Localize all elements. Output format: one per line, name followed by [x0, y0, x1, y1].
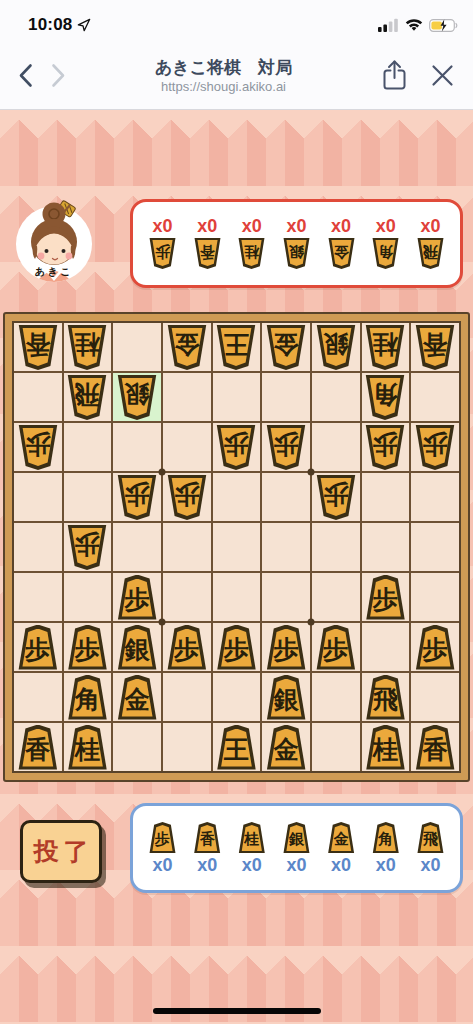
- piece-kanji: 飛: [67, 375, 107, 420]
- shogi-piece-bishop[interactable]: 角: [67, 675, 107, 720]
- piece-kanji: 香: [18, 325, 58, 370]
- shogi-piece-pawn[interactable]: 歩: [415, 425, 455, 470]
- shogi-piece-gold[interactable]: 金: [117, 675, 157, 720]
- shogi-piece-pawn[interactable]: 歩: [316, 625, 356, 670]
- board-cell-r3c8[interactable]: 歩: [362, 423, 410, 471]
- shogi-piece-pawn[interactable]: 歩: [216, 425, 256, 470]
- captured-slot-bishop[interactable]: 角x0: [372, 822, 399, 874]
- board-cell-r1c8[interactable]: 桂: [362, 323, 410, 371]
- shogi-piece-gold[interactable]: 金: [328, 822, 355, 853]
- board-cell-r6c2[interactable]: [64, 573, 112, 621]
- captured-count: x0: [286, 856, 306, 874]
- shogi-piece-silver[interactable]: 銀: [117, 375, 157, 420]
- battery-charging-icon: [429, 18, 459, 33]
- piece-kanji: 歩: [167, 475, 207, 520]
- piece-kanji: 銀: [283, 238, 310, 269]
- piece-kanji: 歩: [167, 625, 207, 670]
- board-cell-r5c3[interactable]: [113, 523, 161, 571]
- piece-kanji: 歩: [216, 625, 256, 670]
- shogi-piece-pawn[interactable]: 歩: [266, 625, 306, 670]
- board-cell-r1c2[interactable]: 桂: [64, 323, 112, 371]
- board-cell-r2c3[interactable]: 銀: [113, 373, 161, 421]
- board-cell-r3c2[interactable]: [64, 423, 112, 471]
- piece-kanji: 歩: [415, 425, 455, 470]
- board-cell-r8c5[interactable]: [213, 673, 261, 721]
- share-button[interactable]: [377, 55, 412, 98]
- captured-slot-pawn[interactable]: x0歩: [149, 217, 176, 269]
- close-button[interactable]: [426, 59, 459, 95]
- captured-slot-knight[interactable]: 桂x0: [238, 822, 265, 874]
- board-cell-r7c1[interactable]: 歩: [14, 623, 62, 671]
- shogi-piece-silver[interactable]: 銀: [316, 325, 356, 370]
- location-arrow-icon: [77, 18, 91, 32]
- board-cell-r3c7[interactable]: [312, 423, 360, 471]
- piece-kanji: 金: [167, 325, 207, 370]
- board-cell-r5c9[interactable]: [411, 523, 459, 571]
- shogi-piece-bishop[interactable]: 角: [372, 822, 399, 853]
- piece-kanji: 歩: [316, 625, 356, 670]
- piece-kanji: 香: [415, 725, 455, 770]
- shogi-piece-bishop[interactable]: 角: [372, 238, 399, 269]
- board-cell-r6c7[interactable]: [312, 573, 360, 621]
- piece-kanji: 金: [266, 725, 306, 770]
- board-cell-r1c1[interactable]: 香: [14, 323, 62, 371]
- page-url: https://shougi.akiko.ai: [70, 79, 377, 95]
- captured-count: x0: [420, 217, 440, 235]
- player-tray: 歩x0香x0桂x0銀x0金x0角x0飛x0: [130, 803, 463, 893]
- board-cell-r1c6[interactable]: 金: [262, 323, 310, 371]
- piece-kanji: 金: [328, 822, 355, 853]
- board-cell-r6c6[interactable]: [262, 573, 310, 621]
- shogi-piece-pawn[interactable]: 歩: [216, 625, 256, 670]
- board-cell-r6c9[interactable]: [411, 573, 459, 621]
- opponent-avatar: あきこ: [14, 197, 94, 289]
- board-cell-r4c2[interactable]: [64, 473, 112, 521]
- shogi-piece-silver[interactable]: 銀: [283, 822, 310, 853]
- shogi-piece-pawn[interactable]: 歩: [117, 475, 157, 520]
- board-cell-r4c6[interactable]: [262, 473, 310, 521]
- board-cell-r2c7[interactable]: [312, 373, 360, 421]
- board-cell-r7c3[interactable]: 銀: [113, 623, 161, 671]
- board-cell-r2c5[interactable]: [213, 373, 261, 421]
- board-cell-r2c2[interactable]: 飛: [64, 373, 112, 421]
- piece-kanji: 歩: [117, 575, 157, 620]
- shogi-piece-rook[interactable]: 飛: [417, 822, 444, 853]
- board-cell-r3c3[interactable]: [113, 423, 161, 471]
- board-grid: 香桂金王金銀桂香飛銀角歩歩歩歩歩歩歩歩歩歩歩歩歩銀歩歩歩歩歩角金銀飛香桂王金桂香: [12, 321, 461, 773]
- shogi-piece-king[interactable]: 王: [216, 725, 256, 770]
- board-cell-r6c5[interactable]: [213, 573, 261, 621]
- piece-kanji: 飛: [417, 822, 444, 853]
- board-cell-r7c6[interactable]: 歩: [262, 623, 310, 671]
- board-cell-r2c4[interactable]: [163, 373, 211, 421]
- piece-kanji: 飛: [365, 675, 405, 720]
- captured-count: x0: [376, 217, 396, 235]
- board-cell-r9c4[interactable]: [163, 723, 211, 771]
- captured-count: x0: [242, 217, 262, 235]
- board-cell-r5c8[interactable]: [362, 523, 410, 571]
- piece-kanji: 銀: [117, 375, 157, 420]
- piece-kanji: 桂: [365, 725, 405, 770]
- close-icon: [430, 63, 455, 88]
- board-cell-r1c9[interactable]: 香: [411, 323, 459, 371]
- board-cell-r5c1[interactable]: [14, 523, 62, 571]
- share-icon: [381, 59, 408, 91]
- page-title: あきこ将棋 対局: [70, 58, 377, 78]
- shogi-piece-lance[interactable]: 香: [194, 238, 221, 269]
- board-cell-r4c1[interactable]: [14, 473, 62, 521]
- shogi-piece-rook[interactable]: 飛: [365, 675, 405, 720]
- shogi-piece-pawn[interactable]: 歩: [149, 238, 176, 269]
- piece-kanji: 歩: [18, 625, 58, 670]
- opponent-name: あきこ: [35, 266, 73, 277]
- captured-slot-silver[interactable]: 銀x0: [283, 822, 310, 874]
- board-cell-r7c5[interactable]: 歩: [213, 623, 261, 671]
- player-panel: 投了 歩x0香x0桂x0銀x0金x0角x0飛x0: [0, 803, 473, 893]
- board-cell-r3c1[interactable]: 歩: [14, 423, 62, 471]
- captured-slot-bishop[interactable]: x0角: [372, 217, 399, 269]
- captured-slot-silver[interactable]: x0銀: [283, 217, 310, 269]
- board-cell-r9c6[interactable]: 金: [262, 723, 310, 771]
- shogi-piece-gold[interactable]: 金: [167, 325, 207, 370]
- captured-slot-pawn[interactable]: 歩x0: [149, 822, 176, 874]
- captured-count: x0: [286, 217, 306, 235]
- captured-count: x0: [197, 217, 217, 235]
- piece-kanji: 桂: [238, 238, 265, 269]
- shogi-piece-lance[interactable]: 香: [415, 725, 455, 770]
- shogi-piece-pawn[interactable]: 歩: [18, 425, 58, 470]
- board-cell-r5c6[interactable]: [262, 523, 310, 571]
- board-cell-r8c3[interactable]: 金: [113, 673, 161, 721]
- shogi-piece-pawn[interactable]: 歩: [266, 425, 306, 470]
- captured-count: x0: [376, 856, 396, 874]
- status-bar: 10:08: [0, 0, 473, 44]
- shogi-piece-lance[interactable]: 香: [18, 725, 58, 770]
- board-cell-r9c8[interactable]: 桂: [362, 723, 410, 771]
- shogi-piece-pawn[interactable]: 歩: [365, 425, 405, 470]
- board-cell-r7c2[interactable]: 歩: [64, 623, 112, 671]
- shogi-piece-knight[interactable]: 桂: [67, 725, 107, 770]
- shogi-piece-pawn[interactable]: 歩: [365, 575, 405, 620]
- piece-kanji: 歩: [18, 425, 58, 470]
- opponent-tray: x0歩x0香x0桂x0銀x0金x0角x0飛: [130, 199, 463, 288]
- chevron-right-icon: [51, 63, 66, 88]
- piece-kanji: 銀: [283, 822, 310, 853]
- shogi-piece-lance[interactable]: 香: [194, 822, 221, 853]
- piece-kanji: 桂: [365, 325, 405, 370]
- piece-kanji: 銀: [117, 625, 157, 670]
- browser-navbar: あきこ将棋 対局 https://shougi.akiko.ai: [0, 44, 473, 110]
- board-cell-r7c7[interactable]: 歩: [312, 623, 360, 671]
- back-button[interactable]: [14, 59, 37, 95]
- board-cell-r9c1[interactable]: 香: [14, 723, 62, 771]
- cellular-signal-icon: [378, 18, 399, 32]
- piece-kanji: 歩: [316, 475, 356, 520]
- board-cell-r8c4[interactable]: [163, 673, 211, 721]
- piece-kanji: 角: [372, 822, 399, 853]
- shogi-piece-king[interactable]: 王: [216, 325, 256, 370]
- board-cell-r2c9[interactable]: [411, 373, 459, 421]
- shogi-piece-lance[interactable]: 香: [415, 325, 455, 370]
- captured-count: x0: [152, 217, 172, 235]
- shogi-piece-pawn[interactable]: 歩: [67, 625, 107, 670]
- captured-slot-rook[interactable]: x0飛: [417, 217, 444, 269]
- shogi-piece-gold[interactable]: 金: [266, 325, 306, 370]
- shogi-piece-knight[interactable]: 桂: [238, 822, 265, 853]
- forward-button[interactable]: [47, 59, 70, 95]
- piece-kanji: 桂: [67, 325, 107, 370]
- board-cell-r4c9[interactable]: [411, 473, 459, 521]
- board-cell-r7c4[interactable]: 歩: [163, 623, 211, 671]
- wifi-icon: [405, 18, 423, 32]
- board-cell-r4c8[interactable]: [362, 473, 410, 521]
- shogi-piece-pawn[interactable]: 歩: [18, 625, 58, 670]
- board-cell-r8c7[interactable]: [312, 673, 360, 721]
- board-cell-r6c8[interactable]: 歩: [362, 573, 410, 621]
- shogi-piece-pawn[interactable]: 歩: [316, 475, 356, 520]
- home-indicator[interactable]: [153, 1008, 321, 1014]
- shogi-piece-silver[interactable]: 銀: [266, 675, 306, 720]
- board-cell-r9c3[interactable]: [113, 723, 161, 771]
- chevron-left-icon: [18, 63, 33, 88]
- piece-kanji: 角: [67, 675, 107, 720]
- board-cell-r3c9[interactable]: 歩: [411, 423, 459, 471]
- captured-slot-lance[interactable]: x0香: [194, 217, 221, 269]
- piece-kanji: 金: [328, 238, 355, 269]
- shogi-piece-knight[interactable]: 桂: [238, 238, 265, 269]
- board-cell-r8c1[interactable]: [14, 673, 62, 721]
- captured-count: x0: [331, 856, 351, 874]
- captured-count: x0: [197, 856, 217, 874]
- board-cell-r2c1[interactable]: [14, 373, 62, 421]
- board-cell-r3c4[interactable]: [163, 423, 211, 471]
- board-cell-r5c5[interactable]: [213, 523, 261, 571]
- board-cell-r1c5[interactable]: 王: [213, 323, 261, 371]
- board-cell-r4c4[interactable]: 歩: [163, 473, 211, 521]
- shogi-piece-gold[interactable]: 金: [328, 238, 355, 269]
- captured-count: x0: [420, 856, 440, 874]
- board-cell-r1c4[interactable]: 金: [163, 323, 211, 371]
- captured-count: x0: [242, 856, 262, 874]
- shogi-piece-bishop[interactable]: 角: [365, 375, 405, 420]
- board-cell-r8c8[interactable]: 飛: [362, 673, 410, 721]
- game-area: あきこ x0歩x0香x0桂x0銀x0金x0角x0飛 香桂金王金銀桂香飛銀角歩歩歩…: [0, 110, 473, 1024]
- piece-kanji: 香: [18, 725, 58, 770]
- shogi-piece-knight[interactable]: 桂: [365, 325, 405, 370]
- piece-kanji: 銀: [266, 675, 306, 720]
- shogi-piece-silver[interactable]: 銀: [283, 238, 310, 269]
- board-cell-r8c9[interactable]: [411, 673, 459, 721]
- piece-kanji: 王: [216, 325, 256, 370]
- board-cell-r9c5[interactable]: 王: [213, 723, 261, 771]
- piece-kanji: 歩: [149, 238, 176, 269]
- shogi-piece-pawn[interactable]: 歩: [167, 475, 207, 520]
- board-cell-r1c3[interactable]: [113, 323, 161, 371]
- captured-slot-gold[interactable]: x0金: [328, 217, 355, 269]
- board-cell-r4c7[interactable]: 歩: [312, 473, 360, 521]
- captured-slot-lance[interactable]: 香x0: [194, 822, 221, 874]
- piece-kanji: 歩: [266, 425, 306, 470]
- board-cell-r9c9[interactable]: 香: [411, 723, 459, 771]
- board-cell-r8c6[interactable]: 銀: [262, 673, 310, 721]
- piece-kanji: 角: [365, 375, 405, 420]
- piece-kanji: 桂: [238, 822, 265, 853]
- board-cell-r9c7[interactable]: [312, 723, 360, 771]
- shogi-piece-rook[interactable]: 飛: [417, 238, 444, 269]
- captured-slot-knight[interactable]: x0桂: [238, 217, 265, 269]
- board-cell-r6c4[interactable]: [163, 573, 211, 621]
- board-cell-r3c6[interactable]: 歩: [262, 423, 310, 471]
- piece-kanji: 香: [415, 325, 455, 370]
- board-cell-r8c2[interactable]: 角: [64, 673, 112, 721]
- piece-kanji: 王: [216, 725, 256, 770]
- board-cell-r4c5[interactable]: [213, 473, 261, 521]
- piece-kanji: 歩: [365, 425, 405, 470]
- piece-kanji: 歩: [117, 475, 157, 520]
- board-cell-r7c8[interactable]: [362, 623, 410, 671]
- app-window: 10:08: [0, 0, 473, 1024]
- shogi-piece-knight[interactable]: 桂: [365, 725, 405, 770]
- board-cell-r2c8[interactable]: 角: [362, 373, 410, 421]
- shogi-piece-gold[interactable]: 金: [266, 725, 306, 770]
- board-cell-r3c5[interactable]: 歩: [213, 423, 261, 471]
- piece-kanji: 歩: [67, 525, 107, 570]
- shogi-piece-knight[interactable]: 桂: [67, 325, 107, 370]
- piece-kanji: 香: [194, 822, 221, 853]
- captured-slot-gold[interactable]: 金x0: [328, 822, 355, 874]
- piece-kanji: 桂: [67, 725, 107, 770]
- shogi-piece-pawn[interactable]: 歩: [415, 625, 455, 670]
- shogi-piece-pawn[interactable]: 歩: [67, 525, 107, 570]
- opponent-panel: あきこ x0歩x0香x0桂x0銀x0金x0角x0飛: [0, 197, 473, 289]
- piece-kanji: 香: [194, 238, 221, 269]
- board-cell-r5c7[interactable]: [312, 523, 360, 571]
- shogi-piece-lance[interactable]: 香: [18, 325, 58, 370]
- shogi-piece-pawn[interactable]: 歩: [167, 625, 207, 670]
- piece-kanji: 飛: [417, 238, 444, 269]
- piece-kanji: 歩: [415, 625, 455, 670]
- shogi-piece-rook[interactable]: 飛: [67, 375, 107, 420]
- board-cell-r6c1[interactable]: [14, 573, 62, 621]
- piece-kanji: 歩: [67, 625, 107, 670]
- board-cell-r1c7[interactable]: 銀: [312, 323, 360, 371]
- shogi-board: 香桂金王金銀桂香飛銀角歩歩歩歩歩歩歩歩歩歩歩歩歩銀歩歩歩歩歩角金銀飛香桂王金桂香: [3, 312, 470, 782]
- board-cell-r4c3[interactable]: 歩: [113, 473, 161, 521]
- shogi-piece-silver[interactable]: 銀: [117, 625, 157, 670]
- piece-kanji: 銀: [316, 325, 356, 370]
- piece-kanji: 歩: [365, 575, 405, 620]
- piece-kanji: 歩: [266, 625, 306, 670]
- board-cell-r6c3[interactable]: 歩: [113, 573, 161, 621]
- captured-slot-rook[interactable]: 飛x0: [417, 822, 444, 874]
- captured-count: x0: [152, 856, 172, 874]
- board-cell-r9c2[interactable]: 桂: [64, 723, 112, 771]
- board-cell-r5c4[interactable]: [163, 523, 211, 571]
- board-cell-r5c2[interactable]: 歩: [64, 523, 112, 571]
- piece-kanji: 金: [117, 675, 157, 720]
- captured-count: x0: [331, 217, 351, 235]
- piece-kanji: 歩: [216, 425, 256, 470]
- shogi-piece-pawn[interactable]: 歩: [117, 575, 157, 620]
- clock: 10:08: [28, 15, 72, 35]
- piece-kanji: 角: [372, 238, 399, 269]
- board-cell-r7c9[interactable]: 歩: [411, 623, 459, 671]
- piece-kanji: 歩: [149, 822, 176, 853]
- board-cell-r2c6[interactable]: [262, 373, 310, 421]
- piece-kanji: 金: [266, 325, 306, 370]
- resign-button[interactable]: 投了: [20, 820, 102, 883]
- shogi-piece-pawn[interactable]: 歩: [149, 822, 176, 853]
